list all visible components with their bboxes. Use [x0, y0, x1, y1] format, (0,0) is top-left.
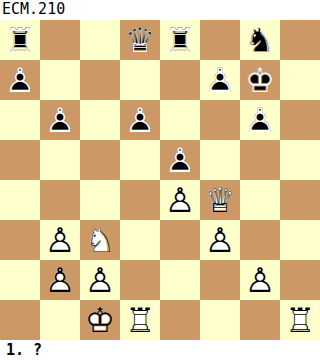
square-f3[interactable]: ♟♙ [200, 220, 240, 260]
square-g3[interactable] [240, 220, 280, 260]
square-c3[interactable]: ♞♘ [80, 220, 120, 260]
square-f1[interactable] [200, 300, 240, 340]
square-f5[interactable] [200, 140, 240, 180]
square-e3[interactable] [160, 220, 200, 260]
black-pawn-icon: ♟♙ [120, 100, 160, 140]
square-c4[interactable] [80, 180, 120, 220]
square-g1[interactable] [240, 300, 280, 340]
square-e7[interactable] [160, 60, 200, 100]
square-b2[interactable]: ♟♙ [40, 260, 80, 300]
square-h5[interactable] [280, 140, 320, 180]
black-rook-icon: ♜♖ [160, 20, 200, 60]
square-h3[interactable] [280, 220, 320, 260]
white-pawn-icon: ♟♙ [240, 260, 280, 300]
white-rook-icon: ♜♖ [280, 300, 320, 340]
square-e8[interactable]: ♜♖ [160, 20, 200, 60]
white-queen-icon: ♛♕ [200, 180, 240, 220]
black-queen-icon: ♛♕ [120, 20, 160, 60]
black-king-icon: ♚♔ [240, 60, 280, 100]
square-b5[interactable] [40, 140, 80, 180]
square-f4[interactable]: ♛♕ [200, 180, 240, 220]
square-h7[interactable] [280, 60, 320, 100]
square-g2[interactable]: ♟♙ [240, 260, 280, 300]
square-c5[interactable] [80, 140, 120, 180]
square-c8[interactable] [80, 20, 120, 60]
square-d4[interactable] [120, 180, 160, 220]
square-h4[interactable] [280, 180, 320, 220]
square-h2[interactable] [280, 260, 320, 300]
black-rook-icon: ♜♖ [0, 20, 40, 60]
square-b1[interactable] [40, 300, 80, 340]
white-knight-icon: ♞♘ [80, 220, 120, 260]
square-d3[interactable] [120, 220, 160, 260]
square-f2[interactable] [200, 260, 240, 300]
square-d6[interactable]: ♟♙ [120, 100, 160, 140]
square-a5[interactable] [0, 140, 40, 180]
square-a6[interactable] [0, 100, 40, 140]
black-pawn-icon: ♟♙ [0, 60, 40, 100]
black-knight-icon: ♞♘ [240, 20, 280, 60]
page-title: ECM.210 [0, 0, 320, 20]
square-b7[interactable] [40, 60, 80, 100]
square-e6[interactable] [160, 100, 200, 140]
square-e2[interactable] [160, 260, 200, 300]
white-pawn-icon: ♟♙ [40, 260, 80, 300]
square-c6[interactable] [80, 100, 120, 140]
white-pawn-icon: ♟♙ [40, 220, 80, 260]
black-pawn-icon: ♟♙ [200, 60, 240, 100]
square-a1[interactable] [0, 300, 40, 340]
square-d7[interactable] [120, 60, 160, 100]
square-d2[interactable] [120, 260, 160, 300]
square-a4[interactable] [0, 180, 40, 220]
square-a7[interactable]: ♟♙ [0, 60, 40, 100]
white-pawn-icon: ♟♙ [80, 260, 120, 300]
white-rook-icon: ♜♖ [120, 300, 160, 340]
square-g4[interactable] [240, 180, 280, 220]
square-c2[interactable]: ♟♙ [80, 260, 120, 300]
black-pawn-icon: ♟♙ [40, 100, 80, 140]
square-a8[interactable]: ♜♖ [0, 20, 40, 60]
square-b3[interactable]: ♟♙ [40, 220, 80, 260]
square-c7[interactable] [80, 60, 120, 100]
black-pawn-icon: ♟♙ [160, 140, 200, 180]
square-e1[interactable] [160, 300, 200, 340]
square-g6[interactable]: ♟♙ [240, 100, 280, 140]
chess-board: ♜♖♛♕♜♖♞♘♟♙♟♙♚♔♟♙♟♙♟♙♟♙♟♙♛♕♟♙♞♘♟♙♟♙♟♙♟♙♚♔… [0, 20, 320, 340]
square-h6[interactable] [280, 100, 320, 140]
square-f7[interactable]: ♟♙ [200, 60, 240, 100]
square-c1[interactable]: ♚♔ [80, 300, 120, 340]
square-d5[interactable] [120, 140, 160, 180]
square-h1[interactable]: ♜♖ [280, 300, 320, 340]
square-a2[interactable] [0, 260, 40, 300]
white-king-icon: ♚♔ [80, 300, 120, 340]
square-g7[interactable]: ♚♔ [240, 60, 280, 100]
square-f8[interactable] [200, 20, 240, 60]
square-e5[interactable]: ♟♙ [160, 140, 200, 180]
square-b6[interactable]: ♟♙ [40, 100, 80, 140]
square-e4[interactable]: ♟♙ [160, 180, 200, 220]
square-a3[interactable] [0, 220, 40, 260]
square-b4[interactable] [40, 180, 80, 220]
square-h8[interactable] [280, 20, 320, 60]
square-g5[interactable] [240, 140, 280, 180]
white-pawn-icon: ♟♙ [160, 180, 200, 220]
square-d8[interactable]: ♛♕ [120, 20, 160, 60]
square-f6[interactable] [200, 100, 240, 140]
black-pawn-icon: ♟♙ [240, 100, 280, 140]
square-d1[interactable]: ♜♖ [120, 300, 160, 340]
move-prompt: 1. ? [0, 340, 320, 360]
white-pawn-icon: ♟♙ [200, 220, 240, 260]
square-b8[interactable] [40, 20, 80, 60]
square-g8[interactable]: ♞♘ [240, 20, 280, 60]
